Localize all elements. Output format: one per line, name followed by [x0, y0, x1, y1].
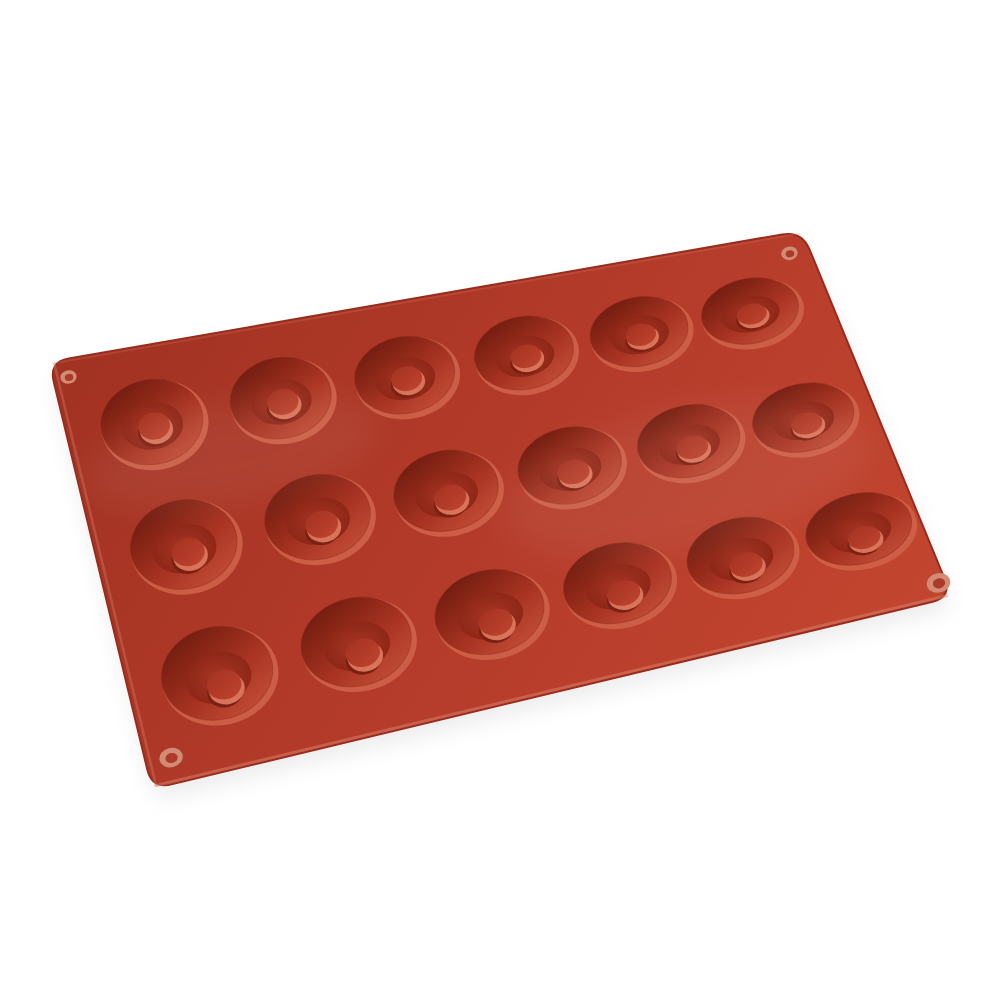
- product-photo: [0, 0, 1001, 1001]
- mold-svg: [0, 0, 1001, 1001]
